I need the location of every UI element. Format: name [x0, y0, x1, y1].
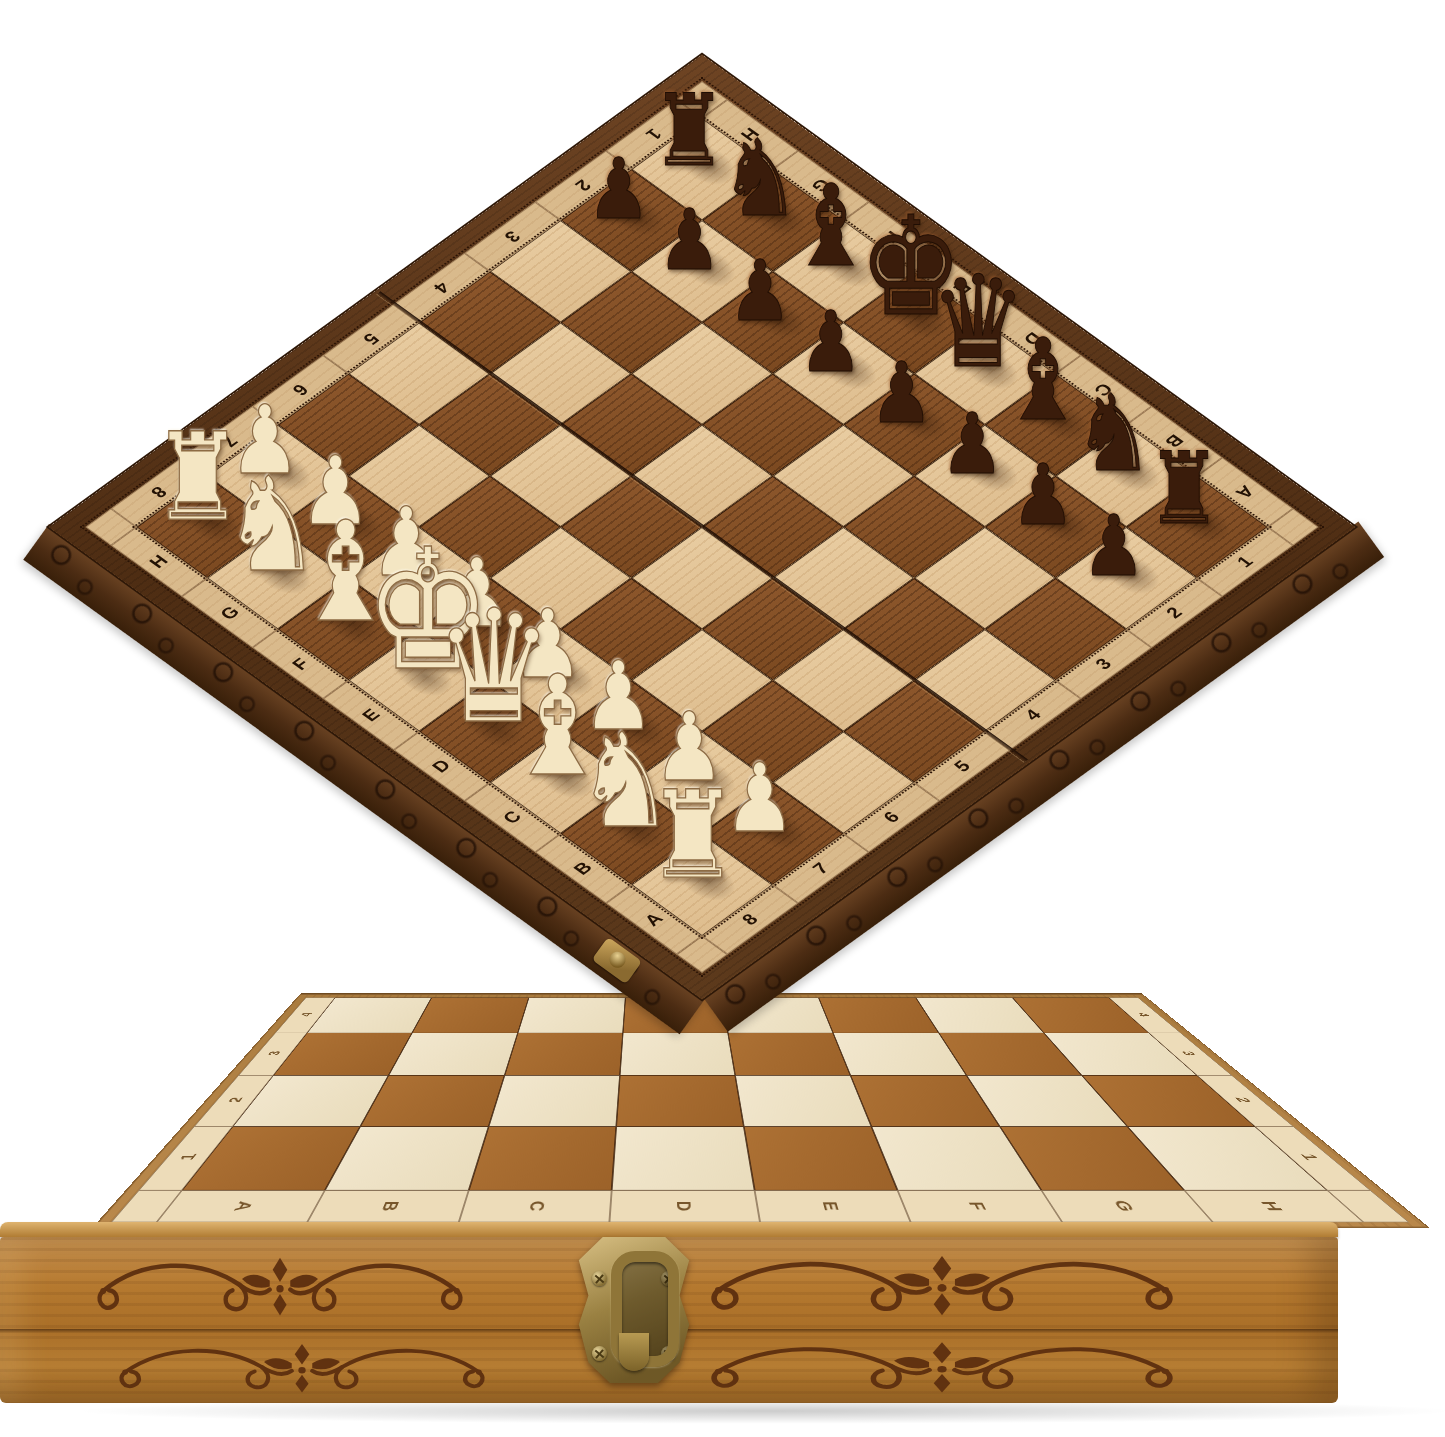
piece-shadow [313, 596, 395, 655]
piece-dark-knight: ♞ [716, 159, 857, 261]
piece-dark-pawn: ♟ [716, 261, 857, 363]
piece-glyph: ♟ [293, 446, 378, 536]
piece-dark-pawn: ♟ [928, 415, 1069, 517]
piece-white-pawn: ♟ [645, 721, 786, 823]
piece-shadow [667, 749, 749, 808]
box-file-label: E [755, 1190, 911, 1222]
piece-shadow [242, 544, 324, 603]
scroll-ornament [112, 1335, 492, 1399]
piece-shadow [879, 391, 961, 450]
piece-glyph: ♟ [647, 201, 732, 281]
piece-glyph: ♟ [435, 548, 520, 638]
piece-white-pawn: ♟ [292, 466, 433, 568]
piece-glyph: ♞ [1071, 384, 1156, 485]
piece-glyph: ♜ [647, 779, 732, 894]
scroll-ornament [702, 1333, 1182, 1399]
box-file-label: G [1041, 1190, 1213, 1222]
piece-shadow [596, 800, 678, 859]
piece-shadow [1162, 493, 1244, 552]
piece-shadow [172, 493, 254, 552]
piece-shadow [737, 800, 819, 859]
piece-shadow [525, 647, 607, 706]
piece-dark-pawn: ♟ [575, 159, 716, 261]
box-file-label: C [458, 1190, 611, 1222]
piece-glyph: ♞ [576, 719, 661, 842]
piece-dark-pawn: ♟ [1070, 517, 1211, 619]
piece-shadow [455, 596, 537, 655]
piece-white-pawn: ♟ [433, 568, 574, 670]
piece-glyph: ♝ [293, 507, 378, 638]
box-square-c2 [488, 1075, 620, 1126]
scroll-ornament [702, 1245, 1182, 1323]
piece-glyph: ♝ [788, 173, 873, 280]
product-photo: 11HH22GG33FF44EE55DD66CC77BB88AA ♜♞♝♚♛♝♞… [0, 0, 1445, 1437]
piece-shadow [949, 340, 1031, 399]
piece-dark-pawn: ♟ [787, 312, 928, 414]
piece-white-pawn: ♟ [716, 772, 857, 874]
box-square-e3 [728, 1033, 851, 1075]
screw-icon [592, 1346, 607, 1361]
box-square-d3 [620, 1033, 735, 1075]
piece-white-rook: ♜ [150, 466, 291, 568]
piece-glyph: ♚ [364, 531, 449, 690]
piece-shadow [808, 238, 890, 297]
piece-white-pawn: ♟ [363, 517, 504, 619]
box-square-d1 [611, 1127, 754, 1191]
piece-glyph: ♟ [505, 599, 590, 689]
piece-white-pawn: ♟ [575, 670, 716, 772]
piece-glyph: ♟ [930, 405, 1015, 485]
piece-glyph: ♟ [364, 497, 449, 587]
piece-dark-pawn: ♟ [858, 363, 999, 465]
box-file-label: B [307, 1190, 468, 1222]
piece-glyph: ♟ [647, 702, 732, 792]
chess-board: 11HH22GG33FF44EE55DD66CC77BB88AA ♜♞♝♚♛♝♞… [49, 55, 1356, 1000]
piece-shadow [667, 851, 749, 910]
box-top-checkerboard: 44332211ABCDEFGH [111, 998, 1409, 1223]
piece-white-queen: ♛ [433, 670, 574, 772]
piece-glyph: ♟ [223, 395, 308, 485]
piece-shadow [596, 187, 678, 246]
piece-glyph: ♜ [647, 84, 732, 178]
piece-shadow [242, 442, 324, 501]
box-square-c4 [517, 998, 625, 1033]
piece-white-pawn: ♟ [504, 619, 645, 721]
piece-glyph: ♞ [223, 464, 308, 587]
piece-white-bishop: ♝ [504, 721, 645, 823]
box-square-e2 [735, 1075, 872, 1126]
screw-icon [592, 1271, 607, 1286]
piece-glyph: ♟ [717, 753, 802, 843]
box-file-label: A [156, 1190, 325, 1222]
piece-glyph: ♝ [1000, 327, 1085, 434]
piece-glyph: ♟ [576, 150, 661, 230]
piece-shadow [525, 749, 607, 808]
piece-white-knight: ♞ [221, 517, 362, 619]
piece-shadow [879, 289, 961, 348]
piece-glyph: ♟ [576, 650, 661, 740]
piece-white-bishop: ♝ [292, 568, 433, 670]
board-frame: 11HH22GG33FF44EE55DD66CC77BB88AA ♜♞♝♚♛♝♞… [49, 55, 1356, 1000]
piece-shadow [384, 544, 466, 603]
piece-white-rook: ♜ [645, 824, 786, 926]
box-file-label: F [898, 1190, 1062, 1222]
latch-tongue [619, 1333, 649, 1371]
scroll-ornament [90, 1247, 470, 1323]
piece-dark-bishop: ♝ [787, 210, 928, 312]
closed-box-photo: 44332211ABCDEFGH [0, 1030, 1445, 1437]
chess-pieces: ♜♞♝♚♛♝♞♜♟♟♟♟♟♟♟♟♟♟♟♟♟♟♟♟♜♞♝♚♛♝♞♜ [49, 55, 1356, 1000]
piece-shadow [1020, 391, 1102, 450]
piece-dark-knight: ♞ [1070, 415, 1211, 517]
piece-dark-king: ♚ [858, 261, 999, 363]
piece-dark-bishop: ♝ [999, 363, 1140, 465]
piece-shadow [737, 187, 819, 246]
piece-glyph: ♞ [717, 129, 802, 230]
piece-glyph: ♚ [859, 202, 944, 332]
piece-shadow [313, 493, 395, 552]
piece-dark-pawn: ♟ [999, 466, 1140, 568]
piece-shadow [1020, 493, 1102, 552]
piece-glyph: ♟ [717, 252, 802, 332]
piece-glyph: ♜ [1142, 442, 1227, 536]
piece-dark-pawn: ♟ [645, 210, 786, 312]
piece-shadow [455, 698, 537, 757]
piece-shadow [384, 647, 466, 706]
box-square-b4 [412, 998, 528, 1033]
piece-glyph: ♟ [788, 303, 873, 383]
piece-shadow [737, 289, 819, 348]
piece-shadow [949, 442, 1031, 501]
piece-glyph: ♛ [930, 262, 1015, 383]
piece-white-knight: ♞ [575, 772, 716, 874]
piece-dark-rook: ♜ [1140, 466, 1281, 568]
piece-shadow [596, 698, 678, 757]
piece-shadow [808, 340, 890, 399]
box-square-b3 [389, 1033, 518, 1075]
piece-shadow [667, 238, 749, 297]
piece-glyph: ♟ [1000, 456, 1085, 536]
box-square-c1 [468, 1127, 616, 1191]
piece-shadow [1091, 442, 1173, 501]
piece-dark-queen: ♛ [928, 312, 1069, 414]
piece-shadow [667, 135, 749, 194]
box-top-perspective: 44332211ABCDEFGH [92, 1045, 1430, 1228]
box-edge-trim [0, 1222, 1338, 1237]
box-file-label: D [609, 1190, 760, 1222]
piece-glyph: ♛ [435, 593, 520, 741]
piece-dark-rook: ♜ [645, 108, 786, 210]
open-board-photo: 11HH22GG33FF44EE55DD66CC77BB88AA ♜♞♝♚♛♝♞… [0, 0, 1445, 1060]
piece-white-pawn: ♟ [221, 415, 362, 517]
box-square-d2 [616, 1075, 744, 1126]
piece-white-king: ♚ [363, 619, 504, 721]
piece-glyph: ♜ [152, 421, 237, 536]
piece-glyph: ♝ [505, 661, 590, 792]
box-square-c3 [504, 1033, 622, 1075]
brass-latch [574, 1237, 694, 1383]
piece-glyph: ♟ [1071, 508, 1156, 588]
piece-glyph: ♟ [859, 354, 944, 434]
piece-shadow [1091, 544, 1173, 603]
box-front-face [0, 1237, 1338, 1403]
